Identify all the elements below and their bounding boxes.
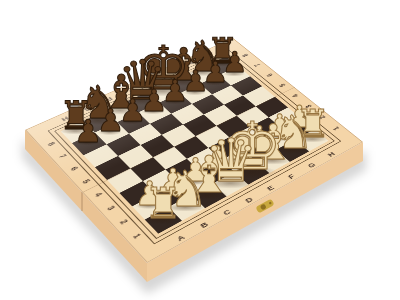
file-label-bottom-h: H [326,151,336,158]
file-label-bottom-g: G [306,162,316,169]
rank-label-left-2: 2 [118,218,129,225]
file-label-bottom-d: D [244,196,254,204]
rank-label-right-7: 7 [253,62,262,67]
file-label-bottom-a: A [175,234,186,242]
rank-label-left-5: 5 [80,178,91,185]
file-label-bottom-e: E [266,185,276,192]
rank-label-right-6: 6 [266,72,275,77]
rank-label-left-7: 7 [57,153,67,159]
file-label-bottom-b: B [199,221,210,229]
rank-label-left-3: 3 [105,205,116,212]
rank-label-left-1: 1 [131,233,142,240]
file-label-bottom-c: C [222,209,232,217]
rank-label-left-4: 4 [93,191,104,198]
rank-label-left-6: 6 [69,166,80,172]
piece-white-rook-a1[interactable]: ♜ [144,183,182,225]
rank-label-right-4: 4 [291,93,300,98]
rank-label-right-5: 5 [278,83,287,88]
piece-black-pawn-a7[interactable]: ♟ [74,115,102,146]
rank-label-right-1: 1 [332,126,341,132]
chess-set-photo: AA11BB22CC33DD44EE55FF66GG77HH88 ♜♞♟♝♟♚♟… [0,0,400,300]
file-label-bottom-f: F [287,173,296,180]
rank-label-left-8: 8 [46,141,56,147]
